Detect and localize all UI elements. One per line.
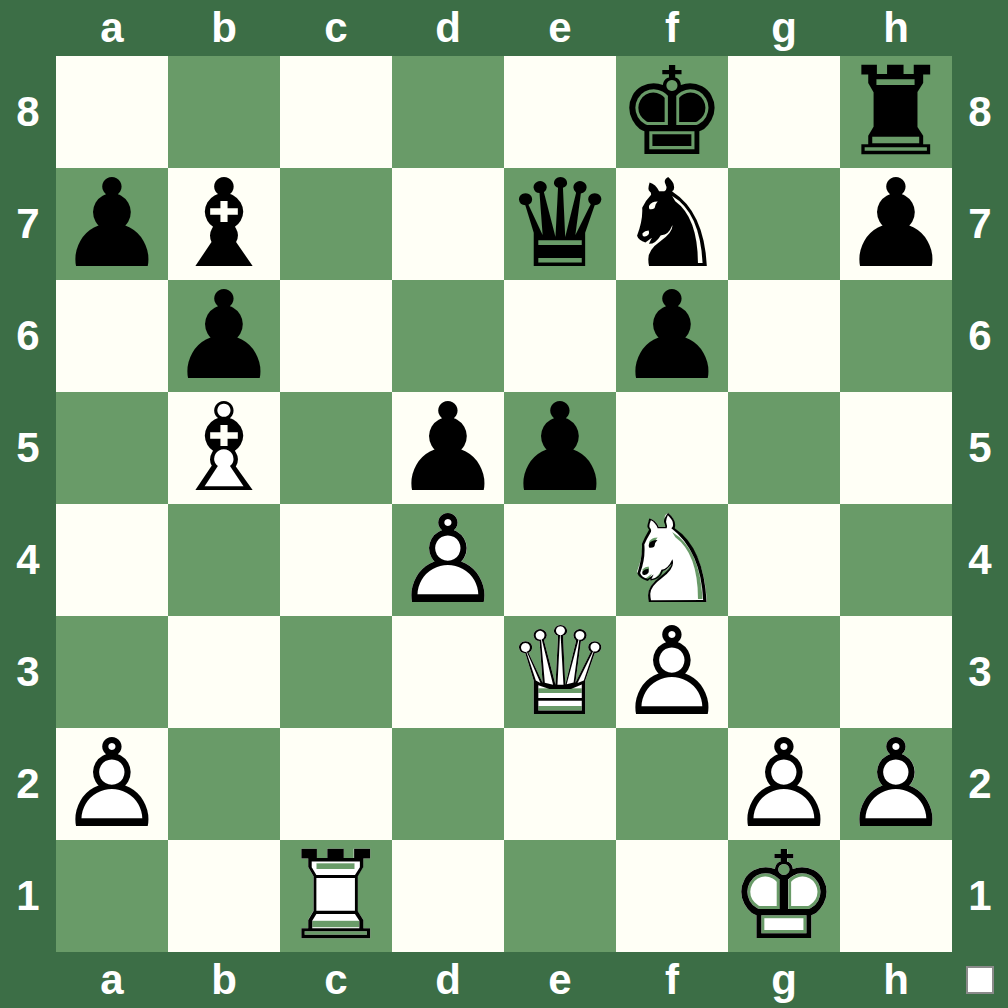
white-knight-outline: ♘ [616,504,728,616]
square-e4[interactable] [504,504,616,616]
square-c5[interactable] [280,392,392,504]
rank-label-6: 6 [952,280,1008,392]
square-c4[interactable] [280,504,392,616]
file-label-a: a [56,0,168,56]
square-c7[interactable] [280,168,392,280]
black-pawn: ♟ [168,280,280,392]
white-pawn-outline: ♙ [392,504,504,616]
black-king: ♚ [616,56,728,168]
square-a3[interactable] [56,616,168,728]
square-d2[interactable] [392,728,504,840]
black-queen-fill: ♛ [504,168,616,280]
file-label-c: c [280,0,392,56]
white-pawn: ♟♙ [728,728,840,840]
black-pawn: ♟ [840,168,952,280]
square-d6[interactable] [392,280,504,392]
file-labels-bottom: abcdefgh [56,952,952,1008]
white-pawn-outline: ♙ [56,728,168,840]
square-h1[interactable] [840,840,952,952]
white-rook-outline: ♖ [280,840,392,952]
white-pawn: ♟♙ [392,504,504,616]
white-king: ♚♔ [728,840,840,952]
square-b5[interactable]: ♝♗ [168,392,280,504]
white-pawn: ♟♙ [616,616,728,728]
rank-label-1: 1 [0,840,56,952]
square-f1[interactable] [616,840,728,952]
white-pawn-fill: ♟ [56,728,168,840]
square-b8[interactable] [168,56,280,168]
square-c3[interactable] [280,616,392,728]
black-pawn-fill: ♟ [840,168,952,280]
black-queen: ♛ [504,168,616,280]
square-f3[interactable]: ♟♙ [616,616,728,728]
white-pawn-outline: ♙ [728,728,840,840]
square-h7[interactable]: ♟ [840,168,952,280]
chess-board-frame: abcdefgh 87654321 ♚♜♟♝♛♞♟♟♟♝♗♟♟♟♙♞♘♛♕♟♙♟… [0,0,1008,1008]
white-pawn-outline: ♙ [840,728,952,840]
square-h3[interactable] [840,616,952,728]
white-pawn-fill: ♟ [392,504,504,616]
square-c2[interactable] [280,728,392,840]
rank-label-3: 3 [952,616,1008,728]
white-queen-outline: ♕ [504,616,616,728]
square-e5[interactable]: ♟ [504,392,616,504]
white-rook: ♜♖ [280,840,392,952]
rank-label-7: 7 [0,168,56,280]
square-g3[interactable] [728,616,840,728]
square-c6[interactable] [280,280,392,392]
rank-label-4: 4 [952,504,1008,616]
rank-label-4: 4 [0,504,56,616]
white-pawn-fill: ♟ [840,728,952,840]
square-e2[interactable] [504,728,616,840]
rank-label-8: 8 [0,56,56,168]
white-pawn: ♟♙ [840,728,952,840]
square-f5[interactable] [616,392,728,504]
square-g2[interactable]: ♟♙ [728,728,840,840]
rank-label-2: 2 [952,728,1008,840]
square-d5[interactable]: ♟ [392,392,504,504]
square-b2[interactable] [168,728,280,840]
square-d1[interactable] [392,840,504,952]
black-rook-fill: ♜ [840,56,952,168]
file-label-b: b [168,952,280,1008]
file-label-b: b [168,0,280,56]
white-bishop-outline: ♗ [168,392,280,504]
black-bishop-fill: ♝ [168,168,280,280]
file-label-a: a [56,952,168,1008]
square-b7[interactable]: ♝ [168,168,280,280]
square-a8[interactable] [56,56,168,168]
white-rook-fill: ♜ [280,840,392,952]
black-knight: ♞ [616,168,728,280]
square-f4[interactable]: ♞♘ [616,504,728,616]
rank-label-7: 7 [952,168,1008,280]
square-h6[interactable] [840,280,952,392]
file-label-h: h [840,0,952,56]
rank-label-1: 1 [952,840,1008,952]
square-h2[interactable]: ♟♙ [840,728,952,840]
rank-labels-left: 87654321 [0,56,56,952]
white-bishop: ♝♗ [168,392,280,504]
square-a1[interactable] [56,840,168,952]
square-c1[interactable]: ♜♖ [280,840,392,952]
square-f2[interactable] [616,728,728,840]
square-d3[interactable] [392,616,504,728]
square-a7[interactable]: ♟ [56,168,168,280]
white-pawn: ♟♙ [56,728,168,840]
square-b6[interactable]: ♟ [168,280,280,392]
square-e1[interactable] [504,840,616,952]
file-labels-top: abcdefgh [56,0,952,56]
white-knight-fill: ♞ [616,504,728,616]
square-e6[interactable] [504,280,616,392]
rank-label-2: 2 [0,728,56,840]
file-label-e: e [504,0,616,56]
file-label-g: g [728,952,840,1008]
chess-board: ♚♜♟♝♛♞♟♟♟♝♗♟♟♟♙♞♘♛♕♟♙♟♙♟♙♟♙♜♖♚♔ [56,56,952,952]
white-pawn-fill: ♟ [728,728,840,840]
black-pawn: ♟ [616,280,728,392]
square-g1[interactable]: ♚♔ [728,840,840,952]
white-king-fill: ♚ [728,840,840,952]
square-g6[interactable] [728,280,840,392]
black-pawn-fill: ♟ [56,168,168,280]
black-pawn-fill: ♟ [168,280,280,392]
rank-label-3: 3 [0,616,56,728]
black-king-fill: ♚ [616,56,728,168]
square-d4[interactable]: ♟♙ [392,504,504,616]
square-g7[interactable] [728,168,840,280]
square-a4[interactable] [56,504,168,616]
rank-label-8: 8 [952,56,1008,168]
rank-labels-right: 87654321 [952,56,1008,952]
black-pawn: ♟ [392,392,504,504]
file-label-d: d [392,0,504,56]
white-knight: ♞♘ [616,504,728,616]
file-label-d: d [392,952,504,1008]
black-pawn-fill: ♟ [504,392,616,504]
file-label-f: f [616,0,728,56]
square-c8[interactable] [280,56,392,168]
black-rook: ♜ [840,56,952,168]
rank-label-5: 5 [952,392,1008,504]
white-queen-fill: ♛ [504,616,616,728]
square-g4[interactable] [728,504,840,616]
file-label-h: h [840,952,952,1008]
rank-label-5: 5 [0,392,56,504]
file-label-e: e [504,952,616,1008]
white-pawn-fill: ♟ [616,616,728,728]
square-e7[interactable]: ♛ [504,168,616,280]
square-h4[interactable] [840,504,952,616]
file-label-f: f [616,952,728,1008]
square-a6[interactable] [56,280,168,392]
white-queen: ♛♕ [504,616,616,728]
white-bishop-fill: ♝ [168,392,280,504]
square-d7[interactable] [392,168,504,280]
square-f6[interactable]: ♟ [616,280,728,392]
square-b4[interactable] [168,504,280,616]
black-pawn-fill: ♟ [392,392,504,504]
square-h8[interactable]: ♜ [840,56,952,168]
white-pawn-outline: ♙ [616,616,728,728]
white-king-outline: ♔ [728,840,840,952]
square-b3[interactable] [168,616,280,728]
corner-marker-icon [966,966,994,994]
file-label-g: g [728,0,840,56]
rank-label-6: 6 [0,280,56,392]
black-bishop: ♝ [168,168,280,280]
black-knight-fill: ♞ [616,168,728,280]
square-a2[interactable]: ♟♙ [56,728,168,840]
square-a5[interactable] [56,392,168,504]
square-e3[interactable]: ♛♕ [504,616,616,728]
square-g5[interactable] [728,392,840,504]
file-label-c: c [280,952,392,1008]
square-f7[interactable]: ♞ [616,168,728,280]
square-e8[interactable] [504,56,616,168]
square-d8[interactable] [392,56,504,168]
black-pawn: ♟ [56,168,168,280]
black-pawn-fill: ♟ [616,280,728,392]
square-f8[interactable]: ♚ [616,56,728,168]
square-b1[interactable] [168,840,280,952]
square-g8[interactable] [728,56,840,168]
square-h5[interactable] [840,392,952,504]
black-pawn: ♟ [504,392,616,504]
